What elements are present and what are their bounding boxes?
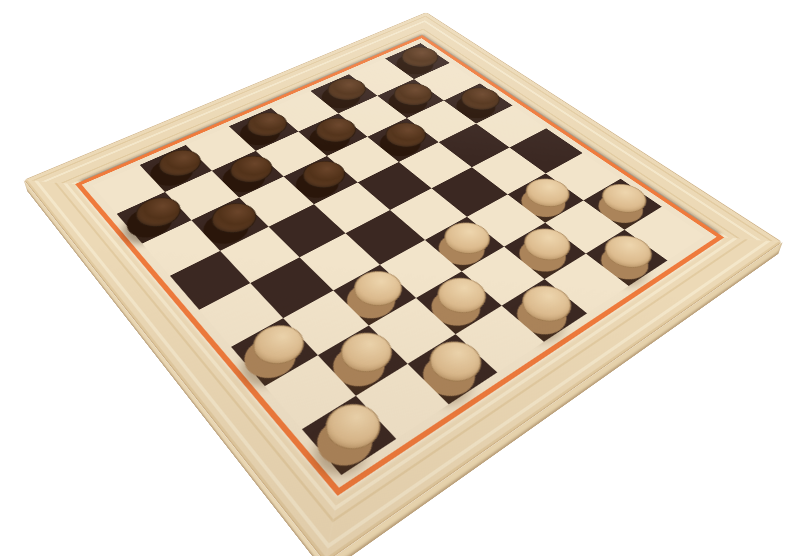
- board-square[interactable]: [268, 204, 346, 258]
- board-square[interactable]: [333, 264, 417, 325]
- board-square[interactable]: [425, 216, 505, 271]
- piece-side: [195, 207, 257, 250]
- piece-top-face: [244, 317, 314, 372]
- checker-piece-light[interactable]: [586, 229, 668, 286]
- board-square[interactable]: [283, 290, 368, 355]
- piece-side: [337, 276, 405, 326]
- checker-piece-light[interactable]: [501, 279, 587, 342]
- checker-piece-light[interactable]: [417, 271, 502, 333]
- checkers-board: [24, 12, 783, 556]
- board-square[interactable]: [380, 240, 462, 298]
- checker-piece-light[interactable]: [231, 318, 319, 387]
- piece-side: [429, 227, 494, 272]
- piece-side: [235, 330, 306, 386]
- board-square[interactable]: [624, 206, 704, 260]
- board-square[interactable]: [545, 253, 629, 313]
- board-square[interactable]: [462, 246, 545, 305]
- piece-top-face: [331, 325, 402, 380]
- board-square[interactable]: [318, 326, 407, 396]
- piece-side: [412, 347, 485, 405]
- board-square[interactable]: [586, 229, 668, 286]
- board-frame-right: [296, 221, 781, 556]
- checker-piece-light[interactable]: [318, 326, 407, 396]
- board-square[interactable]: [369, 298, 456, 364]
- piece-top-face: [315, 395, 391, 459]
- board-square[interactable]: [300, 233, 380, 290]
- board-surface: [24, 12, 783, 556]
- board-square[interactable]: [346, 210, 425, 264]
- piece-side: [323, 338, 395, 395]
- board-square[interactable]: [231, 318, 319, 387]
- board-square[interactable]: [170, 250, 251, 309]
- piece-top-face: [512, 279, 581, 329]
- piece-side: [510, 233, 576, 279]
- board-square[interactable]: [501, 279, 587, 342]
- board-square[interactable]: [251, 257, 333, 317]
- board-square[interactable]: [302, 395, 397, 475]
- board-frame-bottom: [25, 166, 368, 556]
- board-square[interactable]: [265, 355, 356, 429]
- piece-top-face: [595, 229, 661, 274]
- piece-side: [591, 240, 658, 286]
- checker-piece-light[interactable]: [505, 223, 586, 279]
- scene: [0, 0, 800, 556]
- checker-piece-light[interactable]: [425, 216, 505, 271]
- board-square[interactable]: [356, 363, 449, 438]
- piece-top-face: [428, 271, 496, 321]
- piece-side: [306, 410, 383, 475]
- piece-top-face: [435, 216, 499, 260]
- board-square[interactable]: [220, 226, 299, 282]
- piece-top-face: [419, 333, 492, 389]
- board-square[interactable]: [199, 283, 283, 347]
- board-square[interactable]: [456, 305, 544, 372]
- checker-piece-light[interactable]: [407, 334, 497, 405]
- piece-top-face: [345, 264, 412, 313]
- piece-side: [421, 283, 490, 334]
- piece-top-face: [515, 223, 580, 268]
- board-square[interactable]: [142, 220, 220, 276]
- board-square[interactable]: [407, 334, 497, 405]
- piece-side: [507, 290, 577, 342]
- board-square[interactable]: [505, 223, 586, 279]
- checker-piece-light[interactable]: [302, 395, 397, 475]
- checker-piece-light[interactable]: [333, 264, 417, 325]
- board-square[interactable]: [417, 271, 502, 333]
- checkerboard-grid: [92, 43, 704, 475]
